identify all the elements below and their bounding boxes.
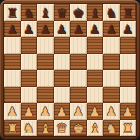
square-e5[interactable] <box>70 54 87 71</box>
square-f8[interactable]: ♝ <box>87 4 104 21</box>
square-b7[interactable]: ♟ <box>21 21 38 38</box>
white-knight[interactable]: ♞ <box>105 122 117 135</box>
square-h3[interactable] <box>120 87 137 104</box>
square-e3[interactable] <box>70 87 87 104</box>
chess-board[interactable]: ♜♞♝♛♚♝♞♜♟♟♟♟♟♟♟♟♟♟♟♟♟♟♟♟♜♞♝♛♚♝♞♜ <box>4 4 136 136</box>
square-a6[interactable] <box>4 37 21 54</box>
square-a4[interactable] <box>4 70 21 87</box>
square-h8[interactable]: ♜ <box>120 4 137 21</box>
black-rook[interactable]: ♜ <box>6 6 18 19</box>
white-pawn[interactable]: ♟ <box>122 106 133 118</box>
white-pawn[interactable]: ♟ <box>56 106 67 118</box>
white-rook[interactable]: ♜ <box>122 122 134 135</box>
white-pawn[interactable]: ♟ <box>40 106 51 118</box>
square-c2[interactable]: ♟ <box>37 103 54 120</box>
square-c4[interactable] <box>37 70 54 87</box>
square-b1[interactable]: ♞ <box>21 120 38 137</box>
black-queen[interactable]: ♛ <box>56 6 68 19</box>
square-g7[interactable]: ♟ <box>103 21 120 38</box>
square-d3[interactable] <box>54 87 71 104</box>
square-f1[interactable]: ♝ <box>87 120 104 137</box>
square-d4[interactable] <box>54 70 71 87</box>
square-a5[interactable] <box>4 54 21 71</box>
black-rook[interactable]: ♜ <box>122 6 134 19</box>
square-h7[interactable]: ♟ <box>120 21 137 38</box>
black-pawn[interactable]: ♟ <box>40 23 51 35</box>
white-pawn[interactable]: ♟ <box>23 106 34 118</box>
square-e2[interactable]: ♟ <box>70 103 87 120</box>
square-g8[interactable]: ♞ <box>103 4 120 21</box>
white-rook[interactable]: ♜ <box>6 122 18 135</box>
square-c1[interactable]: ♝ <box>37 120 54 137</box>
square-h4[interactable] <box>120 70 137 87</box>
square-a2[interactable]: ♟ <box>4 103 21 120</box>
square-g6[interactable] <box>103 37 120 54</box>
square-e4[interactable] <box>70 70 87 87</box>
square-c5[interactable] <box>37 54 54 71</box>
square-e1[interactable]: ♚ <box>70 120 87 137</box>
square-c8[interactable]: ♝ <box>37 4 54 21</box>
square-f4[interactable] <box>87 70 104 87</box>
square-h6[interactable] <box>120 37 137 54</box>
black-pawn[interactable]: ♟ <box>106 23 117 35</box>
board-frame: ♜♞♝♛♚♝♞♜♟♟♟♟♟♟♟♟♟♟♟♟♟♟♟♟♜♞♝♛♚♝♞♜ <box>0 0 140 140</box>
square-g3[interactable] <box>103 87 120 104</box>
black-knight[interactable]: ♞ <box>23 6 35 19</box>
square-b4[interactable] <box>21 70 38 87</box>
square-a8[interactable]: ♜ <box>4 4 21 21</box>
square-b6[interactable] <box>21 37 38 54</box>
square-d6[interactable] <box>54 37 71 54</box>
square-a1[interactable]: ♜ <box>4 120 21 137</box>
black-pawn[interactable]: ♟ <box>56 23 67 35</box>
square-g1[interactable]: ♞ <box>103 120 120 137</box>
square-g2[interactable]: ♟ <box>103 103 120 120</box>
black-king[interactable]: ♚ <box>72 6 84 19</box>
square-f7[interactable]: ♟ <box>87 21 104 38</box>
square-c7[interactable]: ♟ <box>37 21 54 38</box>
chess-app-screen: ♜♞♝♛♚♝♞♜♟♟♟♟♟♟♟♟♟♟♟♟♟♟♟♟♜♞♝♛♚♝♞♜ <box>0 0 140 140</box>
white-queen[interactable]: ♛ <box>56 122 68 135</box>
square-g4[interactable] <box>103 70 120 87</box>
white-bishop[interactable]: ♝ <box>89 122 101 135</box>
square-d2[interactable]: ♟ <box>54 103 71 120</box>
square-f6[interactable] <box>87 37 104 54</box>
white-knight[interactable]: ♞ <box>23 122 35 135</box>
square-f5[interactable] <box>87 54 104 71</box>
square-d5[interactable] <box>54 54 71 71</box>
black-pawn[interactable]: ♟ <box>7 23 18 35</box>
white-pawn[interactable]: ♟ <box>7 106 18 118</box>
square-e8[interactable]: ♚ <box>70 4 87 21</box>
square-d7[interactable]: ♟ <box>54 21 71 38</box>
square-h1[interactable]: ♜ <box>120 120 137 137</box>
square-d1[interactable]: ♛ <box>54 120 71 137</box>
white-pawn[interactable]: ♟ <box>106 106 117 118</box>
square-f3[interactable] <box>87 87 104 104</box>
white-pawn[interactable]: ♟ <box>89 106 100 118</box>
square-e6[interactable] <box>70 37 87 54</box>
square-c6[interactable] <box>37 37 54 54</box>
black-pawn[interactable]: ♟ <box>89 23 100 35</box>
black-bishop[interactable]: ♝ <box>39 6 51 19</box>
black-pawn[interactable]: ♟ <box>122 23 133 35</box>
square-a7[interactable]: ♟ <box>4 21 21 38</box>
square-a3[interactable] <box>4 87 21 104</box>
square-h5[interactable] <box>120 54 137 71</box>
white-bishop[interactable]: ♝ <box>39 122 51 135</box>
square-h2[interactable]: ♟ <box>120 103 137 120</box>
black-knight[interactable]: ♞ <box>105 6 117 19</box>
square-f2[interactable]: ♟ <box>87 103 104 120</box>
square-g5[interactable] <box>103 54 120 71</box>
black-pawn[interactable]: ♟ <box>23 23 34 35</box>
black-bishop[interactable]: ♝ <box>89 6 101 19</box>
square-b8[interactable]: ♞ <box>21 4 38 21</box>
square-c3[interactable] <box>37 87 54 104</box>
white-pawn[interactable]: ♟ <box>73 106 84 118</box>
white-king[interactable]: ♚ <box>72 122 84 135</box>
square-e7[interactable]: ♟ <box>70 21 87 38</box>
square-b5[interactable] <box>21 54 38 71</box>
square-b2[interactable]: ♟ <box>21 103 38 120</box>
square-d8[interactable]: ♛ <box>54 4 71 21</box>
square-b3[interactable] <box>21 87 38 104</box>
black-pawn[interactable]: ♟ <box>73 23 84 35</box>
